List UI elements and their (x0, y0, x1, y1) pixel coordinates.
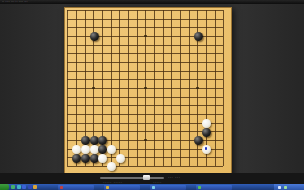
grid-line (67, 131, 223, 132)
quick-launch-icon-1[interactable] (11, 185, 15, 189)
tray-icon-2 (284, 186, 287, 189)
white-stone (72, 145, 81, 154)
grid-line (206, 10, 207, 166)
app-background (0, 4, 304, 173)
taskbar (0, 184, 304, 190)
task-window-1[interactable] (58, 185, 94, 190)
black-stone (81, 154, 90, 163)
grid-line (67, 114, 223, 115)
grid-line (215, 10, 216, 166)
white-stone (202, 119, 211, 128)
task-window-3-icon (152, 186, 155, 189)
task-window-2[interactable] (104, 185, 140, 190)
grid-line (171, 10, 172, 166)
grid-line (163, 10, 164, 166)
black-stone (194, 136, 203, 145)
tray-icon-1 (278, 186, 281, 189)
task-window-1-icon (60, 186, 63, 189)
white-stone (81, 145, 90, 154)
task-window-4[interactable] (196, 185, 232, 190)
slider-label: ··· ··· (168, 175, 180, 180)
grid-line (223, 10, 224, 166)
black-stone (90, 32, 99, 41)
grid-line (67, 123, 223, 124)
grid-line (180, 10, 181, 166)
grid-line (67, 97, 223, 98)
grid-line (189, 10, 190, 166)
star-point (92, 87, 95, 90)
start-button[interactable] (0, 184, 9, 190)
move-slider-handle[interactable] (143, 175, 150, 180)
black-stone (98, 136, 107, 145)
control-bar: ··· ··· ····· ····· ····· (0, 173, 304, 184)
star-point (196, 87, 199, 90)
grid-line (154, 10, 155, 166)
white-stone (107, 145, 116, 154)
black-stone (202, 128, 211, 137)
quick-launch-icon-5[interactable] (33, 185, 37, 189)
white-stone (90, 145, 99, 154)
star-point (144, 139, 147, 142)
grid-line (67, 166, 223, 167)
quick-launch-icon-2[interactable] (17, 185, 21, 189)
goban[interactable] (64, 7, 232, 177)
task-window-3[interactable] (150, 185, 186, 190)
star-point (144, 35, 147, 38)
black-stone (81, 136, 90, 145)
black-stone (98, 145, 107, 154)
quick-launch-icon-3[interactable] (22, 185, 26, 189)
black-stone (72, 154, 81, 163)
system-tray[interactable] (274, 184, 304, 190)
move-slider-track[interactable] (100, 177, 164, 179)
white-stone (116, 154, 125, 163)
quick-launch-icon-4[interactable] (28, 185, 32, 189)
task-window-4-icon (198, 186, 201, 189)
grid-line (67, 105, 223, 106)
white-stone (98, 154, 107, 163)
black-stone (194, 32, 203, 41)
black-stone (90, 154, 99, 163)
star-point (144, 87, 147, 90)
black-stone (90, 136, 99, 145)
white-stone (107, 162, 116, 171)
task-window-2-icon (106, 186, 109, 189)
desktop-screen: ·· ···· ··· ·· ···· ··· ··· ··· ····· ··… (0, 0, 304, 190)
